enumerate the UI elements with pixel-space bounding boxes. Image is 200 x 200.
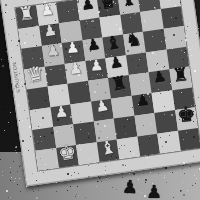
- white-p-piece[interactable]: ♟: [35, 0, 58, 21]
- square[interactable]: [117, 136, 140, 159]
- black-b-piece[interactable]: ♝: [116, 0, 140, 11]
- captured-black-piece[interactable]: ♟: [122, 176, 139, 197]
- square[interactable]: ♝: [96, 139, 119, 162]
- white-r-piece[interactable]: ♜: [15, 1, 38, 24]
- square[interactable]: [157, 130, 180, 153]
- black-k-piece[interactable]: ♚: [175, 104, 197, 126]
- black-r-piece[interactable]: ♜: [168, 63, 191, 86]
- square[interactable]: [137, 133, 160, 156]
- board-brand-label: STAUNTON: [11, 62, 21, 94]
- board-grid: ♜♟♟♛♝♟♟♟♟♝♞♛♟♟♟♜♟♜♟♟♟♚♚♝: [15, 0, 200, 171]
- black-p-piece[interactable]: ♟: [76, 0, 99, 16]
- black-q-piece[interactable]: ♛: [96, 0, 120, 14]
- black-n-piece[interactable]: ♞: [122, 28, 145, 51]
- square[interactable]: [76, 142, 99, 165]
- white-p-piece[interactable]: ♟: [50, 100, 72, 122]
- photo-of-chessboard: STAUNTON ♜♟♟♛♝♟♟♟♟♝♞♛♟♟♟♜♟♜♟♟♟♚♚♝ ♟♟: [0, 0, 200, 200]
- square[interactable]: [35, 147, 58, 170]
- white-p-piece[interactable]: ♟: [41, 39, 63, 61]
- square[interactable]: ♚: [56, 145, 79, 168]
- chess-board[interactable]: STAUNTON ♜♟♟♛♝♟♟♟♟♝♞♛♟♟♟♜♟♜♟♟♟♚♚♝: [0, 0, 200, 186]
- captured-black-piece[interactable]: ♟: [146, 181, 162, 200]
- white-p-piece[interactable]: ♟: [62, 37, 84, 59]
- white-p-piece[interactable]: ♟: [85, 54, 107, 76]
- white-p-piece[interactable]: ♟: [64, 57, 87, 80]
- square[interactable]: [177, 127, 200, 150]
- black-p-piece[interactable]: ♟: [131, 89, 153, 111]
